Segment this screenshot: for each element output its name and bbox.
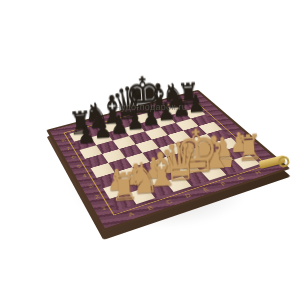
coord-file-e: E (202, 187, 210, 193)
coord-rank-6: 6 (71, 155, 77, 160)
coord-file-a: A (127, 211, 135, 217)
coord-rank-4: 4 (82, 173, 88, 178)
board-3d-wrapper: ♜♞♝♛♚♝♞♜♟♟♟♟♟♟♟♟♟♟♟♟♟♟♟♟♜♞♝♛♚♝♞♜ ABCDEFG… (61, 50, 257, 246)
coord-rank-5: 5 (76, 164, 82, 169)
coord-file-h: H (253, 170, 262, 175)
watermark: чудо-подарок.ru (116, 102, 206, 112)
coord-rank-1: 1 (100, 205, 107, 211)
coord-file-b: B (146, 205, 154, 211)
piece-white-pawn: ♟ (228, 128, 250, 156)
coord-file-g: G (236, 175, 245, 181)
coord-file-c: C (165, 199, 174, 205)
coord-file-f: F (219, 181, 227, 186)
coord-rank-2: 2 (94, 194, 101, 200)
product-photo-scene: ♜♞♝♛♚♝♞♜♟♟♟♟♟♟♟♟♟♟♟♟♟♟♟♟♜♞♝♛♚♝♞♜ ABCDEFG… (0, 0, 300, 300)
coord-rank-7: 7 (66, 146, 72, 150)
coord-rank-8: 8 (61, 138, 66, 142)
coord-file-d: D (184, 193, 193, 199)
coord-rank-3: 3 (87, 183, 93, 188)
